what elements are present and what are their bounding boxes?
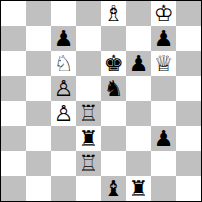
- white-pawn-piece: ♙: [54, 101, 74, 126]
- square-e4[interactable]: [101, 101, 126, 126]
- square-c8[interactable]: [51, 1, 76, 26]
- white-knight-piece: ♘: [54, 51, 74, 76]
- white-queen-piece: ♕: [154, 51, 174, 76]
- square-d4[interactable]: ♖: [76, 101, 101, 126]
- square-f1[interactable]: ♜: [126, 176, 151, 201]
- black-rook-piece: ♜: [79, 126, 99, 151]
- square-b8[interactable]: [26, 1, 51, 26]
- square-d7[interactable]: [76, 26, 101, 51]
- square-a5[interactable]: [1, 76, 26, 101]
- white-king-piece: ♔: [154, 1, 174, 26]
- square-d5[interactable]: [76, 76, 101, 101]
- square-b3[interactable]: [26, 126, 51, 151]
- square-d1[interactable]: [76, 176, 101, 201]
- square-h2[interactable]: [176, 151, 201, 176]
- square-b6[interactable]: [26, 51, 51, 76]
- square-h5[interactable]: [176, 76, 201, 101]
- square-f7[interactable]: [126, 26, 151, 51]
- black-pawn-piece: ♟: [154, 26, 174, 51]
- square-h6[interactable]: [176, 51, 201, 76]
- square-h1[interactable]: [176, 176, 201, 201]
- square-b7[interactable]: [26, 26, 51, 51]
- square-a8[interactable]: [1, 1, 26, 26]
- square-d3[interactable]: ♜: [76, 126, 101, 151]
- square-f2[interactable]: [126, 151, 151, 176]
- square-g4[interactable]: [151, 101, 176, 126]
- square-g7[interactable]: ♟: [151, 26, 176, 51]
- square-b5[interactable]: [26, 76, 51, 101]
- square-e3[interactable]: [101, 126, 126, 151]
- square-f3[interactable]: [126, 126, 151, 151]
- black-bishop-piece: ♝: [104, 176, 124, 201]
- square-g5[interactable]: [151, 76, 176, 101]
- square-e5[interactable]: ♞: [101, 76, 126, 101]
- square-g8[interactable]: ♔: [151, 1, 176, 26]
- square-e1[interactable]: ♝: [101, 176, 126, 201]
- square-e2[interactable]: [101, 151, 126, 176]
- square-f8[interactable]: [126, 1, 151, 26]
- square-a4[interactable]: [1, 101, 26, 126]
- black-knight-piece: ♞: [104, 76, 124, 101]
- square-e7[interactable]: [101, 26, 126, 51]
- square-h4[interactable]: [176, 101, 201, 126]
- white-bishop-piece: ♗: [104, 1, 124, 26]
- square-a6[interactable]: [1, 51, 26, 76]
- square-b1[interactable]: [26, 176, 51, 201]
- square-d8[interactable]: [76, 1, 101, 26]
- square-h7[interactable]: [176, 26, 201, 51]
- square-c3[interactable]: [51, 126, 76, 151]
- square-c4[interactable]: ♙: [51, 101, 76, 126]
- square-a2[interactable]: [1, 151, 26, 176]
- square-f5[interactable]: [126, 76, 151, 101]
- square-d2[interactable]: ♖: [76, 151, 101, 176]
- square-g1[interactable]: [151, 176, 176, 201]
- square-c5[interactable]: ♙: [51, 76, 76, 101]
- square-f4[interactable]: [126, 101, 151, 126]
- white-rook-piece: ♖: [79, 101, 99, 126]
- square-h3[interactable]: [176, 126, 201, 151]
- white-pawn-piece: ♙: [54, 76, 74, 101]
- chess-diagram: ♗♔♟♟♘♚♟♕♙♞♙♖♜♟♖♝♜: [0, 0, 202, 202]
- white-rook-piece: ♖: [79, 151, 99, 176]
- square-e8[interactable]: ♗: [101, 1, 126, 26]
- square-d6[interactable]: [76, 51, 101, 76]
- black-pawn-piece: ♟: [54, 26, 74, 51]
- square-a3[interactable]: [1, 126, 26, 151]
- square-g6[interactable]: ♕: [151, 51, 176, 76]
- square-b4[interactable]: [26, 101, 51, 126]
- chess-board: ♗♔♟♟♘♚♟♕♙♞♙♖♜♟♖♝♜: [0, 0, 202, 202]
- black-king-piece: ♚: [104, 51, 124, 76]
- square-b2[interactable]: [26, 151, 51, 176]
- black-rook-piece: ♜: [129, 176, 149, 201]
- square-e6[interactable]: ♚: [101, 51, 126, 76]
- square-a1[interactable]: [1, 176, 26, 201]
- black-pawn-piece: ♟: [154, 126, 174, 151]
- square-c7[interactable]: ♟: [51, 26, 76, 51]
- square-a7[interactable]: [1, 26, 26, 51]
- square-g2[interactable]: [151, 151, 176, 176]
- square-h8[interactable]: [176, 1, 201, 26]
- square-g3[interactable]: ♟: [151, 126, 176, 151]
- square-f6[interactable]: ♟: [126, 51, 151, 76]
- square-c1[interactable]: [51, 176, 76, 201]
- square-c2[interactable]: [51, 151, 76, 176]
- black-pawn-piece: ♟: [129, 51, 149, 76]
- square-c6[interactable]: ♘: [51, 51, 76, 76]
